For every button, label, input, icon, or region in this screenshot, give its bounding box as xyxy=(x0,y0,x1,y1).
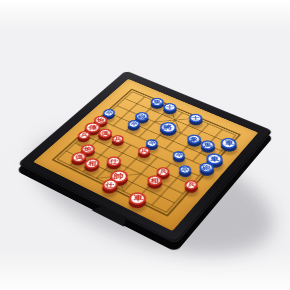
piece-glyph: 炮 xyxy=(97,118,105,123)
piece-glyph: 兵 xyxy=(114,137,121,142)
piece-glyph: 車 xyxy=(209,156,219,162)
piece-glyph: 傌 xyxy=(75,154,84,160)
piece-glyph: 卒 xyxy=(106,111,113,115)
piece-glyph: 卒 xyxy=(131,122,138,126)
piece-glyph: 馬 xyxy=(204,142,213,147)
piece-red-r5-f3[interactable]: 兵 xyxy=(109,133,126,144)
piece-glyph: 兵 xyxy=(80,133,87,138)
piece-glyph: 砲 xyxy=(202,165,211,171)
piece-glyph: 相 xyxy=(150,177,159,183)
piece-glyph: 帥 xyxy=(114,173,124,180)
piece-glyph: 車 xyxy=(224,140,234,146)
piece-glyph: 馬 xyxy=(153,100,161,105)
piece-glyph: 士 xyxy=(191,116,199,121)
piece-glyph: 士 xyxy=(166,105,174,110)
piece-glyph: 砲 xyxy=(138,114,146,119)
piece-glyph: 卒 xyxy=(149,141,156,146)
piece-glyph: 仕 xyxy=(110,158,119,164)
piece-glyph: 將 xyxy=(163,125,172,131)
piece-glyph: 兵 xyxy=(187,182,195,187)
piece-glyph: 兵 xyxy=(140,149,147,154)
piece-glyph: 相 xyxy=(88,160,97,166)
piece-glyph: 卒 xyxy=(181,167,188,172)
piece-red-r7-f4[interactable]: 仕 xyxy=(104,154,125,168)
piece-glyph: 炮 xyxy=(84,146,93,151)
piece-glyph: 仕 xyxy=(105,182,114,188)
photo-background: 馬士士車砲將象馬卒卒車炮卒卒砲俥傌兵兵卒兵兵兵炮仕相傌相帥仕車 xyxy=(0,0,290,290)
piece-blue-r5-f8[interactable]: 卒 xyxy=(176,163,194,175)
piece-glyph: 卒 xyxy=(175,153,182,158)
piece-glyph: 車 xyxy=(133,195,143,202)
piece-glyph: 俥 xyxy=(88,125,97,131)
piece-glyph: 象 xyxy=(190,136,198,141)
piece-blue-r2-f5[interactable]: 將 xyxy=(156,120,179,135)
piece-glyph: 傌 xyxy=(101,131,109,136)
piece-blue-r4-f7[interactable]: 卒 xyxy=(170,149,187,161)
piece-glyph: 兵 xyxy=(159,169,166,174)
